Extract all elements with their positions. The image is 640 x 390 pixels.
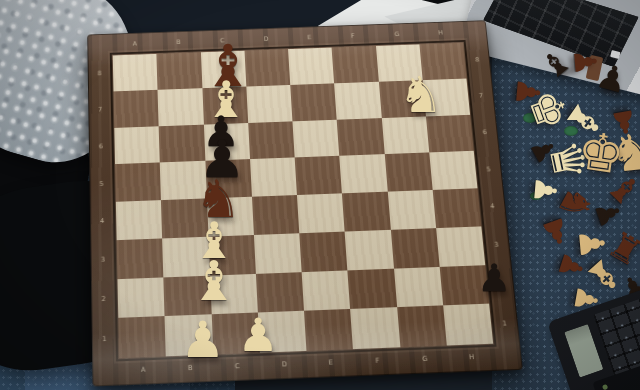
chess-board: AABBCCDDEEFFGGHH8877665544332211 [87,20,523,386]
square-h4[interactable] [432,188,481,228]
square-g2[interactable] [393,266,442,307]
square-e1[interactable] [304,309,353,351]
square-e2[interactable] [302,270,351,311]
square-a3[interactable] [117,238,164,278]
led-dot [602,384,608,390]
coord-right-8: 8 [475,57,480,63]
coord-bottom-c: C [235,363,240,370]
square-a8[interactable] [113,54,158,91]
square-f6[interactable] [337,118,384,156]
square-f1[interactable] [350,307,400,349]
square-e7[interactable] [290,83,337,121]
square-e3[interactable] [299,231,347,271]
square-d5[interactable] [250,158,297,197]
coord-left-3: 3 [101,257,105,264]
coord-bottom-f: F [375,358,379,365]
coord-bottom-d: D [282,361,288,368]
square-h1[interactable] [443,304,493,346]
coord-bottom-h: H [469,354,475,361]
square-g1[interactable] [397,306,447,348]
coord-bottom-g: G [422,356,428,363]
coord-left-5: 5 [99,181,103,187]
piece-white-pawn-c1[interactable]: ♟ [235,312,281,358]
coord-right-1: 1 [502,320,507,327]
coord-right-4: 4 [490,204,495,211]
piece-white-knight-g7[interactable]: ♞ [396,70,446,120]
coord-left-6: 6 [99,143,103,149]
coord-left-7: 7 [98,107,102,113]
coord-top-b: B [176,39,181,45]
square-a7[interactable] [114,90,159,128]
piece-white-bishop-b2[interactable]: ♝ [187,254,242,309]
coord-left-8: 8 [97,71,101,77]
square-a2[interactable] [117,277,164,318]
piece-white-pawn-b1[interactable]: ♟ [178,315,228,365]
square-f2[interactable] [348,268,397,309]
square-f3[interactable] [345,230,394,270]
square-g5[interactable] [384,153,432,192]
square-f8[interactable] [332,46,379,83]
square-d6[interactable] [248,121,295,159]
coord-right-7: 7 [479,93,484,99]
coord-bottom-e: E [328,359,333,366]
coord-right-3: 3 [494,242,499,249]
square-f4[interactable] [342,192,390,232]
coord-left-4: 4 [100,218,104,225]
piece-black-pawn-h2[interactable]: ♟ [475,259,513,297]
square-g3[interactable] [390,228,439,268]
calculator-screen [564,324,603,378]
coord-left-2: 2 [101,296,105,303]
coord-right-6: 6 [482,129,487,135]
square-b8[interactable] [157,52,202,89]
board-frame: AABBCCDDEEFFGGHH8877665544332211 [87,20,523,386]
square-d3[interactable] [254,233,302,273]
coord-top-h: H [438,30,443,36]
coord-right-5: 5 [486,166,491,172]
coord-left-1: 1 [102,335,106,342]
square-g4[interactable] [387,190,436,230]
square-a6[interactable] [114,126,160,165]
square-a1[interactable] [118,316,166,358]
square-f7[interactable] [334,82,381,120]
square-d2[interactable] [256,272,304,313]
square-e5[interactable] [295,156,342,195]
square-a4[interactable] [116,200,163,240]
square-a5[interactable] [115,163,161,202]
square-e6[interactable] [292,119,339,157]
coord-top-f: F [351,33,355,39]
coord-top-d: D [263,36,268,42]
square-b7[interactable] [158,88,204,126]
coord-bottom-a: A [141,367,146,374]
coord-top-g: G [394,31,399,37]
square-h5[interactable] [429,151,477,190]
coord-top-a: A [132,41,136,47]
square-e4[interactable] [297,193,345,233]
square-e8[interactable] [288,48,334,85]
square-d4[interactable] [252,195,300,235]
coord-top-e: E [307,35,311,41]
square-f5[interactable] [339,154,387,193]
